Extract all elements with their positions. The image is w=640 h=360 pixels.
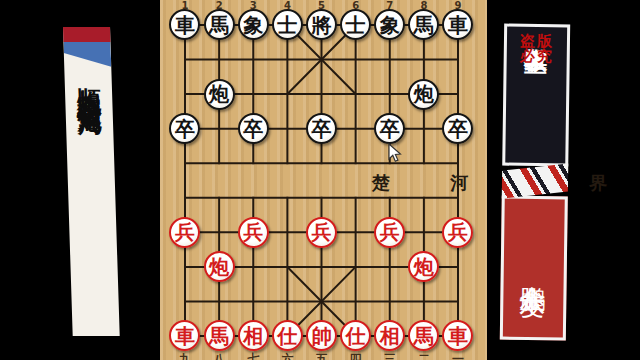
piece-red-p[interactable]: 兵: [374, 217, 405, 248]
board-intersection: 士: [339, 8, 373, 43]
file-label-bottom-5: 五: [312, 353, 332, 360]
piece-red-p[interactable]: 兵: [306, 217, 337, 248]
piece-red-r[interactable]: 車: [442, 320, 473, 351]
board-intersection: 卒: [373, 111, 407, 146]
board-intersection: 卒: [304, 111, 338, 146]
piece-red-c[interactable]: 炮: [408, 251, 439, 282]
diagonal-stripes-divider: [502, 163, 568, 198]
piece-red-n[interactable]: 馬: [204, 320, 235, 351]
board-intersection: 象: [373, 8, 407, 43]
series-title-panel: 金鹏十八变: [500, 196, 568, 341]
file-label-bottom-3: 七: [243, 353, 263, 360]
piece-black-k[interactable]: 將: [306, 9, 337, 40]
piece-black-r[interactable]: 車: [442, 9, 473, 40]
board-intersection: 仕: [270, 319, 304, 354]
piracy-warning-text: 盗版必究: [519, 34, 555, 64]
board-intersection: 卒: [236, 111, 270, 146]
banner-blue-band: [63, 42, 111, 68]
piece-red-r[interactable]: 車: [169, 320, 200, 351]
piece-red-n[interactable]: 馬: [408, 320, 439, 351]
lesson-title-vertical: 順炮窩心破士角炮局: [64, 69, 119, 333]
board-intersection: 士: [270, 8, 304, 43]
piece-black-a[interactable]: 士: [272, 9, 303, 40]
board-intersection: 炮: [202, 250, 236, 285]
file-label-bottom-9: 一: [448, 353, 468, 360]
board-intersection: 馬: [407, 8, 441, 43]
piece-red-b[interactable]: 相: [238, 320, 269, 351]
file-label-bottom-6: 四: [346, 353, 366, 360]
board-intersection: 炮: [407, 77, 441, 112]
board-intersection: 兵: [168, 215, 202, 250]
piece-red-p[interactable]: 兵: [169, 217, 200, 248]
board-intersection: 帥: [304, 319, 338, 354]
board-intersection: 將: [304, 8, 338, 43]
channel-name-panel: 象棋教室 盗版必究: [502, 24, 570, 167]
board-intersection: 馬: [202, 8, 236, 43]
board-intersection: 象: [236, 8, 270, 43]
piece-black-a[interactable]: 士: [340, 9, 371, 40]
board-intersection: 車: [441, 8, 475, 43]
piece-black-p[interactable]: 卒: [169, 113, 200, 144]
piece-black-c[interactable]: 炮: [204, 79, 235, 110]
file-label-bottom-2: 八: [209, 353, 229, 360]
file-label-bottom-4: 六: [277, 353, 297, 360]
piece-red-p[interactable]: 兵: [238, 217, 269, 248]
piece-black-n[interactable]: 馬: [204, 9, 235, 40]
mouse-cursor-icon: [388, 143, 402, 163]
left-lesson-banner: 順炮窩心破士角炮局: [63, 27, 120, 336]
board-intersection: 仕: [339, 319, 373, 354]
lesson-title-text: 順炮窩心破士角炮局: [72, 69, 112, 333]
series-title-text: 金鹏十八变: [516, 265, 551, 270]
piece-black-b[interactable]: 象: [374, 9, 405, 40]
board-intersection: 炮: [407, 250, 441, 285]
piece-red-a[interactable]: 仕: [340, 320, 371, 351]
board-intersection: 兵: [441, 215, 475, 250]
file-label-bottom-8: 二: [414, 353, 434, 360]
piece-black-b[interactable]: 象: [238, 9, 269, 40]
board-intersection: 車: [441, 319, 475, 354]
board-intersection: 相: [373, 319, 407, 354]
piece-black-n[interactable]: 馬: [408, 9, 439, 40]
piece-red-k[interactable]: 帥: [306, 320, 337, 351]
piece-black-p[interactable]: 卒: [238, 113, 269, 144]
board-intersection: 車: [168, 319, 202, 354]
board-intersection: 兵: [373, 215, 407, 250]
board-intersection: 卒: [168, 111, 202, 146]
pieces-grid[interactable]: 車馬象士將士象馬車炮炮卒卒卒卒卒兵兵兵兵兵炮炮車馬相仕帥仕相馬車: [168, 8, 475, 354]
piece-black-p[interactable]: 卒: [374, 113, 405, 144]
piece-black-r[interactable]: 車: [169, 9, 200, 40]
piece-red-b[interactable]: 相: [374, 320, 405, 351]
piece-red-p[interactable]: 兵: [442, 217, 473, 248]
board-intersection: 兵: [304, 215, 338, 250]
board-intersection: 馬: [202, 319, 236, 354]
board-intersection: 卒: [441, 111, 475, 146]
right-channel-banner: 象棋教室 盗版必究 金鹏十八变: [500, 24, 570, 341]
board-intersection: 兵: [236, 215, 270, 250]
piece-red-c[interactable]: 炮: [204, 251, 235, 282]
board-intersection: 馬: [407, 319, 441, 354]
banner-red-band: [63, 27, 110, 42]
board-intersection: 車: [168, 8, 202, 43]
file-label-bottom-7: 三: [380, 353, 400, 360]
piece-black-c[interactable]: 炮: [408, 79, 439, 110]
file-label-bottom-1: 九: [175, 353, 195, 360]
piece-red-a[interactable]: 仕: [272, 320, 303, 351]
piece-black-p[interactable]: 卒: [442, 113, 473, 144]
piece-black-p[interactable]: 卒: [306, 113, 337, 144]
video-frame: 123456789 九八七六五四三二一 楚 河 漢 界 車馬象士將士象馬車炮炮卒…: [0, 0, 640, 360]
board-intersection: 炮: [202, 77, 236, 112]
board-intersection: 相: [236, 319, 270, 354]
